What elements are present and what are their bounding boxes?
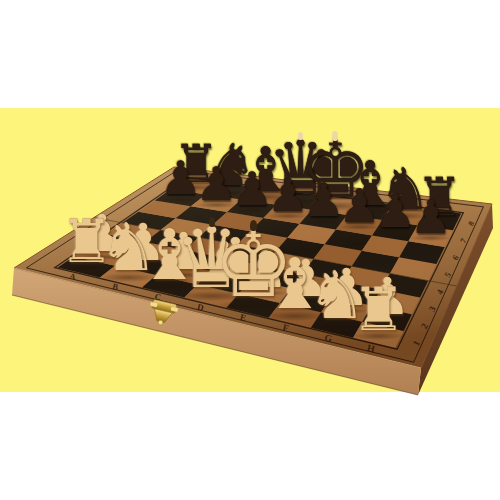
piece-shadow [352, 332, 405, 340]
piece-shadow [410, 235, 451, 241]
chess-pieces-layer: ♜♞♝♛♚♝♞♜♟♟♟♟♟♟♟♟♟♟♟♟♟♟♟♟♜♞♝♛♚♝♞♜ [0, 0, 500, 500]
contrast-finial [250, 220, 257, 231]
piece-white-rook-h1: ♜ [349, 279, 409, 339]
chess-set-scene: ABCDEFGH12345678 ♜♞♝♛♚♝♞♜♟♟♟♟♟♟♟♟♟♟♟♟♟♟♟… [0, 0, 500, 500]
contrast-finial [332, 131, 338, 140]
piece-black-pawn-h7: ♟ [408, 194, 454, 240]
product-photo: ABCDEFGH12345678 ♜♞♝♛♚♝♞♜♟♟♟♟♟♟♟♟♟♟♟♟♟♟♟… [0, 0, 500, 500]
white-rook-glyph: ♜ [349, 279, 409, 339]
black-pawn-glyph: ♟ [408, 194, 454, 240]
